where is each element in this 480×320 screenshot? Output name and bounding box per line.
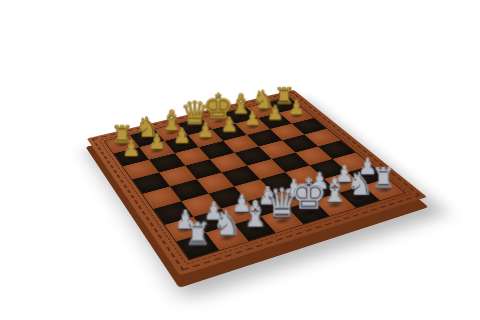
piece-shadow — [182, 238, 214, 255]
piece-shadow — [251, 105, 276, 115]
piece-shadow — [212, 230, 244, 247]
piece-shadow — [370, 183, 399, 197]
piece-shadow — [170, 222, 201, 238]
piece-shadow — [109, 139, 135, 151]
piece-shadow — [240, 221, 271, 237]
board-perspective-wrap: ♜♞♝♛♚♝♞♜♟♟♟♟♟♟♟♟♟♟♟♟♟♟♟♟♜♞♝♛♚♝♞♜ — [121, 40, 373, 292]
piece-shadow — [268, 213, 299, 229]
piece-shadow — [240, 121, 265, 132]
piece-shadow — [253, 198, 283, 213]
chess-set-photo: ♜♞♝♛♚♝♞♜♟♟♟♟♟♟♟♟♟♟♟♟♟♟♟♟♜♞♝♛♚♝♞♜ — [0, 0, 480, 320]
piece-shadow — [118, 151, 145, 163]
chess-board: ♜♞♝♛♚♝♞♜♟♟♟♟♟♟♟♟♟♟♟♟♟♟♟♟♜♞♝♛♚♝♞♜ — [87, 90, 427, 276]
